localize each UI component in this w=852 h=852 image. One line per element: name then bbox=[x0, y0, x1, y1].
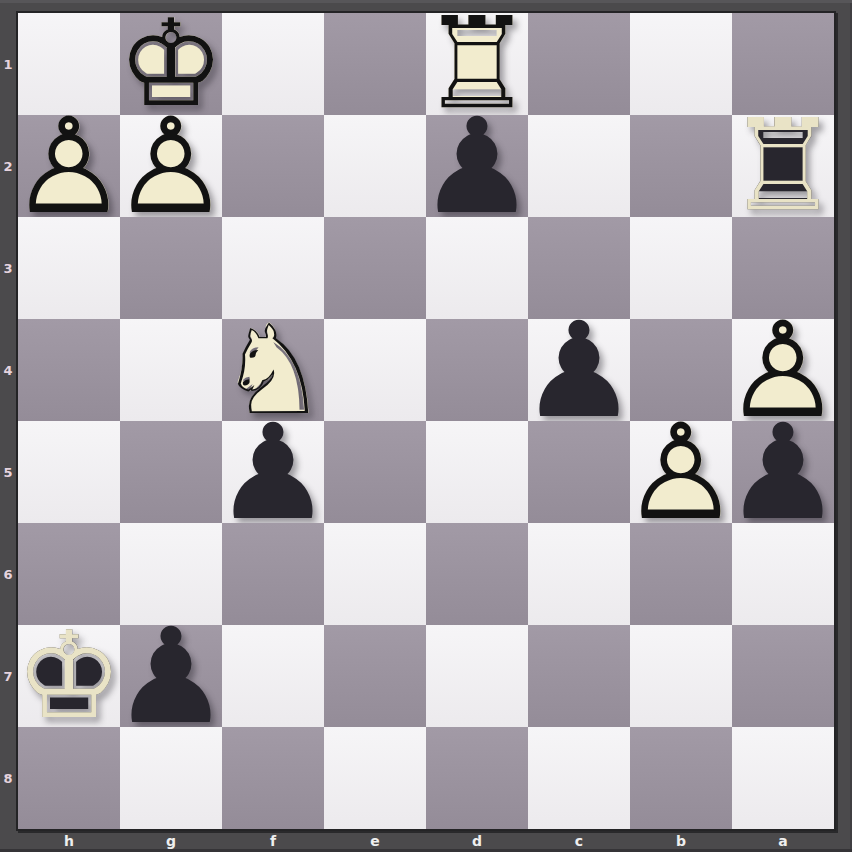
square-h2[interactable]: ♟♙ bbox=[18, 115, 120, 217]
square-c8[interactable] bbox=[528, 727, 630, 829]
square-a3[interactable] bbox=[732, 217, 834, 319]
square-a6[interactable] bbox=[732, 523, 834, 625]
file-label-b: b bbox=[630, 831, 732, 851]
square-f8[interactable] bbox=[222, 727, 324, 829]
square-h3[interactable] bbox=[18, 217, 120, 319]
square-c2[interactable] bbox=[528, 115, 630, 217]
file-label-a: a bbox=[732, 831, 834, 851]
square-b2[interactable] bbox=[630, 115, 732, 217]
square-e2[interactable] bbox=[324, 115, 426, 217]
black-pawn-a5[interactable]: ♟ bbox=[732, 421, 834, 523]
square-h6[interactable] bbox=[18, 523, 120, 625]
square-b4[interactable] bbox=[630, 319, 732, 421]
square-c3[interactable] bbox=[528, 217, 630, 319]
file-label-e: e bbox=[324, 831, 426, 851]
square-b7[interactable] bbox=[630, 625, 732, 727]
square-c6[interactable] bbox=[528, 523, 630, 625]
piece-outline-glyph: ♘ bbox=[222, 319, 324, 421]
piece-fill-glyph: ♟ bbox=[732, 421, 834, 523]
square-c4[interactable]: ♟ bbox=[528, 319, 630, 421]
square-a7[interactable] bbox=[732, 625, 834, 727]
rank-label-3: 3 bbox=[0, 217, 16, 319]
square-a8[interactable] bbox=[732, 727, 834, 829]
piece-fill-glyph: ♚ bbox=[18, 625, 120, 727]
file-label-g: g bbox=[120, 831, 222, 851]
square-e1[interactable] bbox=[324, 13, 426, 115]
square-b8[interactable] bbox=[630, 727, 732, 829]
piece-outline-glyph: ♙ bbox=[732, 319, 834, 421]
square-h7[interactable]: ♚♔ bbox=[18, 625, 120, 727]
file-label-f: f bbox=[222, 831, 324, 851]
rank-label-5: 5 bbox=[0, 421, 16, 523]
square-d4[interactable] bbox=[426, 319, 528, 421]
square-g3[interactable] bbox=[120, 217, 222, 319]
piece-fill-glyph: ♚ bbox=[120, 13, 222, 115]
square-e6[interactable] bbox=[324, 523, 426, 625]
piece-fill-glyph: ♟ bbox=[120, 625, 222, 727]
square-e3[interactable] bbox=[324, 217, 426, 319]
square-d7[interactable] bbox=[426, 625, 528, 727]
piece-outline-glyph: ♙ bbox=[18, 115, 120, 217]
rank-label-1: 1 bbox=[0, 13, 16, 115]
square-f2[interactable] bbox=[222, 115, 324, 217]
white-king-g1[interactable]: ♚♔ bbox=[120, 13, 222, 115]
piece-fill-glyph: ♟ bbox=[630, 421, 732, 523]
square-f3[interactable] bbox=[222, 217, 324, 319]
piece-outline-glyph: ♖ bbox=[732, 115, 834, 217]
square-h4[interactable] bbox=[18, 319, 120, 421]
black-pawn-d2[interactable]: ♟ bbox=[426, 115, 528, 217]
square-a1[interactable] bbox=[732, 13, 834, 115]
rank-label-6: 6 bbox=[0, 523, 16, 625]
square-c1[interactable] bbox=[528, 13, 630, 115]
square-d1[interactable]: ♜♖ bbox=[426, 13, 528, 115]
square-d5[interactable] bbox=[426, 421, 528, 523]
square-g6[interactable] bbox=[120, 523, 222, 625]
piece-fill-glyph: ♟ bbox=[120, 115, 222, 217]
square-c5[interactable] bbox=[528, 421, 630, 523]
black-king-h7[interactable]: ♚♔ bbox=[18, 625, 120, 727]
rank-label-4: 4 bbox=[0, 319, 16, 421]
piece-fill-glyph: ♟ bbox=[222, 421, 324, 523]
square-f6[interactable] bbox=[222, 523, 324, 625]
file-label-c: c bbox=[528, 831, 630, 851]
square-e5[interactable] bbox=[324, 421, 426, 523]
square-c7[interactable] bbox=[528, 625, 630, 727]
white-rook-d1[interactable]: ♜♖ bbox=[426, 13, 528, 115]
square-h1[interactable] bbox=[18, 13, 120, 115]
square-a4[interactable]: ♟♙ bbox=[732, 319, 834, 421]
square-f7[interactable] bbox=[222, 625, 324, 727]
piece-fill-glyph: ♟ bbox=[18, 115, 120, 217]
black-pawn-f5[interactable]: ♟ bbox=[222, 421, 324, 523]
square-d2[interactable]: ♟ bbox=[426, 115, 528, 217]
piece-outline-glyph: ♙ bbox=[120, 115, 222, 217]
piece-outline-glyph: ♔ bbox=[120, 13, 222, 115]
square-e4[interactable] bbox=[324, 319, 426, 421]
square-h5[interactable] bbox=[18, 421, 120, 523]
square-g1[interactable]: ♚♔ bbox=[120, 13, 222, 115]
piece-fill-glyph: ♜ bbox=[426, 13, 528, 115]
square-b3[interactable] bbox=[630, 217, 732, 319]
white-knight-f4[interactable]: ♞♘ bbox=[222, 319, 324, 421]
piece-fill-glyph: ♞ bbox=[222, 319, 324, 421]
square-f1[interactable] bbox=[222, 13, 324, 115]
square-h8[interactable] bbox=[18, 727, 120, 829]
square-g5[interactable] bbox=[120, 421, 222, 523]
black-rook-a2[interactable]: ♜♖ bbox=[732, 115, 834, 217]
square-f5[interactable]: ♟ bbox=[222, 421, 324, 523]
rank-label-7: 7 bbox=[0, 625, 16, 727]
rank-label-2: 2 bbox=[0, 115, 16, 217]
white-pawn-h2[interactable]: ♟♙ bbox=[18, 115, 120, 217]
piece-outline-glyph: ♔ bbox=[18, 625, 120, 727]
square-g2[interactable]: ♟♙ bbox=[120, 115, 222, 217]
piece-outline-glyph: ♖ bbox=[426, 13, 528, 115]
piece-fill-glyph: ♜ bbox=[732, 115, 834, 217]
square-e8[interactable] bbox=[324, 727, 426, 829]
piece-fill-glyph: ♟ bbox=[426, 115, 528, 217]
square-g7[interactable]: ♟ bbox=[120, 625, 222, 727]
file-label-h: h bbox=[18, 831, 120, 851]
piece-fill-glyph: ♟ bbox=[732, 319, 834, 421]
square-d8[interactable] bbox=[426, 727, 528, 829]
chess-board: ♚♔♜♖♟♙♟♙♟♜♖♞♘♟♟♙♟♟♙♟♚♔♟ bbox=[16, 11, 836, 831]
square-g4[interactable] bbox=[120, 319, 222, 421]
piece-outline-glyph: ♙ bbox=[630, 421, 732, 523]
square-a5[interactable]: ♟ bbox=[732, 421, 834, 523]
square-b1[interactable] bbox=[630, 13, 732, 115]
square-d6[interactable] bbox=[426, 523, 528, 625]
square-g8[interactable] bbox=[120, 727, 222, 829]
white-pawn-g2[interactable]: ♟♙ bbox=[120, 115, 222, 217]
square-a2[interactable]: ♜♖ bbox=[732, 115, 834, 217]
black-pawn-g7[interactable]: ♟ bbox=[120, 625, 222, 727]
board-frame: ♚♔♜♖♟♙♟♙♟♜♖♞♘♟♟♙♟♟♙♟♚♔♟ 12345678 hgfedcb… bbox=[0, 0, 852, 852]
white-pawn-b5[interactable]: ♟♙ bbox=[630, 421, 732, 523]
black-pawn-c4[interactable]: ♟ bbox=[528, 319, 630, 421]
file-label-d: d bbox=[426, 831, 528, 851]
square-e7[interactable] bbox=[324, 625, 426, 727]
square-d3[interactable] bbox=[426, 217, 528, 319]
square-f4[interactable]: ♞♘ bbox=[222, 319, 324, 421]
piece-fill-glyph: ♟ bbox=[528, 319, 630, 421]
rank-label-8: 8 bbox=[0, 727, 16, 829]
square-b5[interactable]: ♟♙ bbox=[630, 421, 732, 523]
square-b6[interactable] bbox=[630, 523, 732, 625]
white-pawn-a4[interactable]: ♟♙ bbox=[732, 319, 834, 421]
